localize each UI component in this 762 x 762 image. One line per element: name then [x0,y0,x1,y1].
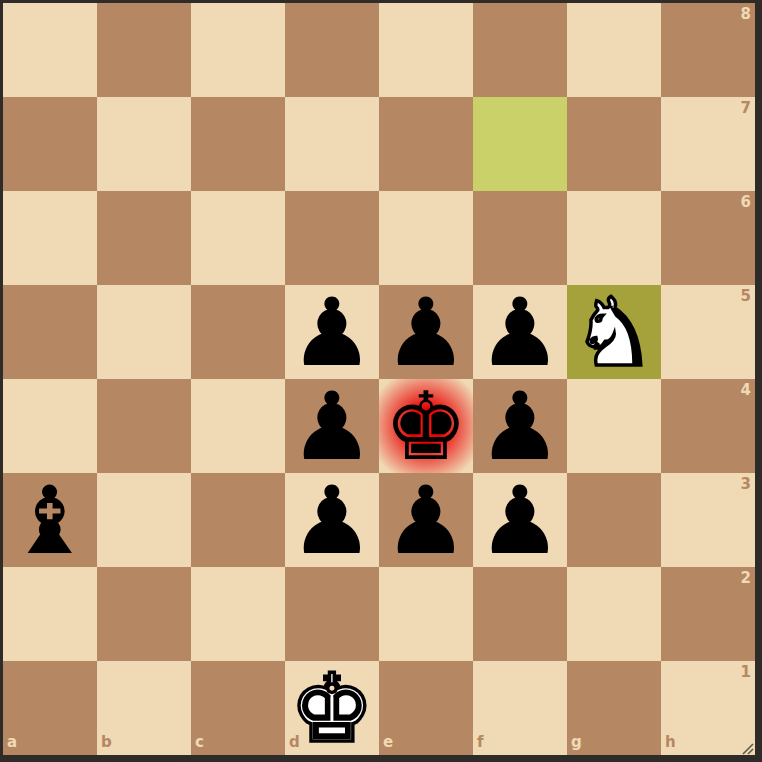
square-a6[interactable] [3,191,97,285]
black-pawn[interactable]: ♟ [478,474,562,568]
coord-rank-6: 6 [741,195,751,210]
square-h4[interactable]: 4 [661,379,755,473]
black-king[interactable]: ♚ [384,380,468,474]
square-g1[interactable]: g [567,661,661,755]
square-h1[interactable]: 1h [661,661,755,755]
coord-file-h: h [665,735,676,750]
black-pawn[interactable]: ♟ [478,286,562,380]
coord-rank-5: 5 [741,289,751,304]
square-f8[interactable] [473,3,567,97]
coord-rank-7: 7 [741,101,751,116]
square-g7[interactable] [567,97,661,191]
square-b2[interactable] [97,567,191,661]
square-g6[interactable] [567,191,661,285]
square-c7[interactable] [191,97,285,191]
square-e4[interactable]: ♚ [379,379,473,473]
chess-board[interactable]: 876♟♟♟♞5♟♚♟4♝♟♟♟32abc♚defg1h [3,3,755,755]
square-c3[interactable] [191,473,285,567]
coord-rank-4: 4 [741,383,751,398]
square-e3[interactable]: ♟ [379,473,473,567]
square-a1[interactable]: a [3,661,97,755]
square-c8[interactable] [191,3,285,97]
square-c6[interactable] [191,191,285,285]
white-king[interactable]: ♚ [290,662,374,756]
black-pawn[interactable]: ♟ [290,474,374,568]
square-b8[interactable] [97,3,191,97]
square-h5[interactable]: 5 [661,285,755,379]
black-bishop[interactable]: ♝ [8,474,92,568]
board-resize-handle-icon[interactable] [740,740,754,754]
coord-file-e: e [383,735,393,750]
square-g2[interactable] [567,567,661,661]
square-d4[interactable]: ♟ [285,379,379,473]
square-h8[interactable]: 8 [661,3,755,97]
square-d8[interactable] [285,3,379,97]
square-a2[interactable] [3,567,97,661]
black-pawn[interactable]: ♟ [384,474,468,568]
black-pawn[interactable]: ♟ [478,380,562,474]
square-f4[interactable]: ♟ [473,379,567,473]
black-pawn[interactable]: ♟ [384,286,468,380]
square-g4[interactable] [567,379,661,473]
square-f5[interactable]: ♟ [473,285,567,379]
square-f1[interactable]: f [473,661,567,755]
coord-rank-1: 1 [741,665,751,680]
square-a3[interactable]: ♝ [3,473,97,567]
square-a8[interactable] [3,3,97,97]
square-h7[interactable]: 7 [661,97,755,191]
square-e8[interactable] [379,3,473,97]
square-f2[interactable] [473,567,567,661]
black-pawn[interactable]: ♟ [290,286,374,380]
square-h3[interactable]: 3 [661,473,755,567]
coord-rank-3: 3 [741,477,751,492]
square-c1[interactable]: c [191,661,285,755]
square-d3[interactable]: ♟ [285,473,379,567]
square-h2[interactable]: 2 [661,567,755,661]
square-b7[interactable] [97,97,191,191]
square-a5[interactable] [3,285,97,379]
square-b6[interactable] [97,191,191,285]
square-c4[interactable] [191,379,285,473]
square-e5[interactable]: ♟ [379,285,473,379]
square-h6[interactable]: 6 [661,191,755,285]
square-f3[interactable]: ♟ [473,473,567,567]
square-e1[interactable]: e [379,661,473,755]
coord-rank-8: 8 [741,7,751,22]
square-g3[interactable] [567,473,661,567]
coord-file-a: a [7,735,17,750]
square-d5[interactable]: ♟ [285,285,379,379]
square-c2[interactable] [191,567,285,661]
square-e2[interactable] [379,567,473,661]
square-f7[interactable] [473,97,567,191]
black-pawn[interactable]: ♟ [290,380,374,474]
chess-board-frame: 876♟♟♟♞5♟♚♟4♝♟♟♟32abc♚defg1h [0,0,762,762]
square-b5[interactable] [97,285,191,379]
square-d1[interactable]: ♚d [285,661,379,755]
square-g5[interactable]: ♞ [567,285,661,379]
square-e6[interactable] [379,191,473,285]
coord-file-c: c [195,735,204,750]
square-b3[interactable] [97,473,191,567]
coord-file-f: f [477,735,484,750]
square-b4[interactable] [97,379,191,473]
square-g8[interactable] [567,3,661,97]
square-b1[interactable]: b [97,661,191,755]
square-f6[interactable] [473,191,567,285]
coord-file-b: b [101,735,112,750]
square-d6[interactable] [285,191,379,285]
square-d7[interactable] [285,97,379,191]
square-a4[interactable] [3,379,97,473]
white-knight[interactable]: ♞ [572,286,656,380]
coord-file-g: g [571,735,582,750]
square-d2[interactable] [285,567,379,661]
coord-rank-2: 2 [741,571,751,586]
square-c5[interactable] [191,285,285,379]
square-a7[interactable] [3,97,97,191]
square-e7[interactable] [379,97,473,191]
